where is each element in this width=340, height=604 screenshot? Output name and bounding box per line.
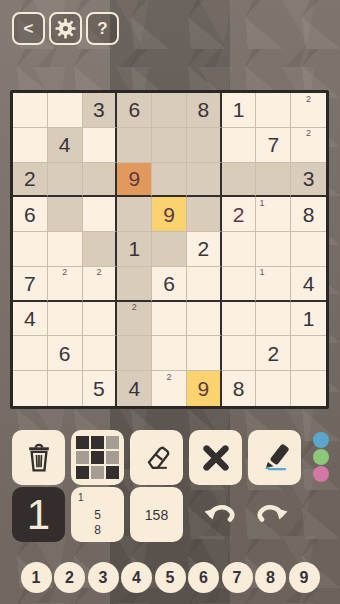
back-button[interactable]: < [12,12,45,45]
cell-digit: 2 [24,168,36,189]
cell-r2c1[interactable] [13,128,48,163]
cell-r2c3[interactable] [83,128,118,163]
cell-r4c7[interactable]: 2 [222,197,257,232]
pattern-square-dark [76,436,89,449]
cell-r6c5[interactable]: 6 [152,267,187,302]
clear-x-icon [201,443,231,473]
cell-r4c1[interactable]: 6 [13,197,48,232]
cell-r6c9[interactable]: 4 [291,267,326,302]
pattern-square-dark [76,466,89,479]
cell-r5c1[interactable] [13,232,48,267]
cell-r7c8[interactable] [256,302,291,337]
cell-r1c6[interactable]: 8 [187,93,222,128]
eraser-button[interactable] [130,430,183,485]
pencil-marks: 2 [117,302,151,336]
cell-r2c2[interactable]: 4 [48,128,83,163]
cell-digit: 2 [197,238,209,259]
pattern-square-gray [106,451,119,464]
cell-digit: 4 [303,273,315,294]
cell-r1c8[interactable] [256,93,291,128]
pattern-square-dark [91,451,104,464]
cell-r5c4[interactable]: 1 [117,232,152,267]
cell-r2c6[interactable] [187,128,222,163]
cell-r6c8[interactable]: 1 [256,267,291,302]
cell-r1c1[interactable] [13,93,48,128]
cell-r9c6[interactable]: 9 [187,371,222,406]
cell-r2c8[interactable]: 7 [256,128,291,163]
cell-digit: 9 [163,204,175,225]
cell-r9c8[interactable] [256,371,291,406]
cell-r4c5[interactable]: 9 [152,197,187,232]
pencil-marks: 2 [83,267,116,300]
cell-r9c2[interactable] [48,371,83,406]
digit-button-3[interactable]: 3 [88,562,119,593]
pattern-square-dark [106,466,119,479]
cell-r4c9[interactable]: 8 [291,197,326,232]
cell-r1c7[interactable]: 1 [222,93,257,128]
cell-r2c5[interactable] [152,128,187,163]
cell-r6c2[interactable]: 2 [48,267,83,302]
color-pattern-icon [76,436,119,479]
pencil-marks: 2 [291,93,326,127]
pencil-mark-digit: 2 [129,302,140,313]
color-dot-blue[interactable] [313,432,329,448]
sudoku-app-screen: < ? [0,0,340,604]
help-icon: ? [97,19,107,39]
cell-r2c7[interactable] [222,128,257,163]
cell-digit: 3 [93,99,105,120]
digit-button-5[interactable]: 5 [155,562,186,593]
cell-digit: 7 [267,134,279,155]
cell-r5c7[interactable] [222,232,257,267]
redo-icon [251,498,291,530]
cell-r3c8[interactable] [256,163,291,198]
clear-cell-button[interactable] [189,430,242,485]
cell-digit: 7 [24,273,36,294]
cell-r5c6[interactable]: 2 [187,232,222,267]
cell-r5c2[interactable] [48,232,83,267]
pattern-square-dark [91,436,104,449]
pattern-square-gray [91,466,104,479]
digit-button-1[interactable]: 1 [21,562,52,593]
cell-r3c1[interactable]: 2 [13,163,48,198]
cell-r7c7[interactable] [222,302,257,337]
pattern-square-gray [76,451,89,464]
cell-r3c3[interactable] [83,163,118,198]
cell-r5c8[interactable] [256,232,291,267]
cell-r5c3[interactable] [83,232,118,267]
cell-r8c3[interactable] [83,336,118,371]
cell-r4c3[interactable] [83,197,118,232]
digit-button-4[interactable]: 4 [121,562,152,593]
cell-digit: 8 [233,378,245,399]
digit-button-2[interactable]: 2 [54,562,85,593]
pencil-mark-digit: 2 [163,371,174,383]
cell-r7c1[interactable]: 4 [13,302,48,337]
pencil-marks: 2 [48,267,82,300]
pencil-marks: 2 [152,371,186,406]
eraser-icon [141,442,173,474]
cell-digit: 9 [197,378,209,399]
cell-r3c6[interactable] [187,163,222,198]
cell-r8c6[interactable] [187,336,222,371]
cell-r1c5[interactable] [152,93,187,128]
cell-r8c9[interactable] [291,336,326,371]
corner-mark-5: 5 [94,508,101,522]
corner-marks-mode-button[interactable]: 1 5 8 [71,487,124,542]
cell-r4c8[interactable]: 1 [256,197,291,232]
cell-r1c3[interactable]: 3 [83,93,118,128]
cell-digit: 6 [59,343,71,364]
cell-r6c6[interactable] [187,267,222,302]
settings-button[interactable] [49,12,82,45]
cell-r9c1[interactable] [13,371,48,406]
cell-r8c2[interactable]: 6 [48,336,83,371]
big-number-mode-button[interactable]: 1 [12,487,65,542]
digit-button-8[interactable]: 8 [255,562,286,593]
cell-r9c4[interactable]: 4 [117,371,152,406]
cell-digit: 4 [128,378,140,399]
cell-r1c9[interactable]: 2 [291,93,326,128]
cell-r5c5[interactable] [152,232,187,267]
digit-button-7[interactable]: 7 [222,562,253,593]
cell-r3c2[interactable] [48,163,83,198]
pencil-marks: 1 [256,267,290,300]
redo-button[interactable] [251,498,291,530]
cell-r1c2[interactable] [48,93,83,128]
cell-digit: 4 [59,134,71,155]
pattern-square-gray [106,436,119,449]
delete-button[interactable] [12,430,65,485]
cell-r4c4[interactable] [117,197,152,232]
pencil-mark-digit: 2 [303,128,315,139]
pencil-mark-digit: 1 [256,197,267,208]
cell-digit: 4 [24,308,36,329]
cell-r3c5[interactable] [152,163,187,198]
cell-digit: 1 [128,238,140,259]
cell-r1c4[interactable]: 6 [117,93,152,128]
center-marks-mode-button[interactable]: 158 [130,487,183,542]
cell-r9c3[interactable]: 5 [83,371,118,406]
pen-icon [259,442,291,474]
big-number-label: 1 [27,491,50,539]
trash-icon [24,442,54,474]
pencil-mark-digit: 2 [93,267,104,278]
cell-r9c5[interactable]: 2 [152,371,187,406]
cell-r4c6[interactable] [187,197,222,232]
cell-digit: 8 [197,99,209,120]
sudoku-board: 3681247229369218127226144216254298 [10,90,329,409]
cell-r7c9[interactable]: 1 [291,302,326,337]
cell-r7c6[interactable] [187,302,222,337]
cell-r8c7[interactable] [222,336,257,371]
back-icon: < [24,19,34,39]
cell-r9c9[interactable] [291,371,326,406]
cell-digit: 6 [163,273,175,294]
pencil-marks: 1 [256,197,290,231]
cell-r7c2[interactable] [48,302,83,337]
cell-digit: 8 [303,204,315,225]
cell-digit: 1 [233,99,245,120]
cell-r3c4[interactable]: 9 [117,163,152,198]
cell-r6c7[interactable] [222,267,257,302]
undo-icon [201,498,241,530]
color-dot-pink[interactable] [313,466,329,482]
cell-r7c4[interactable]: 2 [117,302,152,337]
cell-r3c7[interactable] [222,163,257,198]
cell-digit: 2 [267,343,279,364]
cell-r4c2[interactable] [48,197,83,232]
cell-r6c4[interactable] [117,267,152,302]
cell-r6c1[interactable]: 7 [13,267,48,302]
cell-r7c5[interactable] [152,302,187,337]
cell-r5c9[interactable] [291,232,326,267]
cell-r2c4[interactable] [117,128,152,163]
pen-mode-button[interactable] [248,430,301,485]
cell-r8c8[interactable]: 2 [256,336,291,371]
digit-button-6[interactable]: 6 [188,562,219,593]
cell-digit: 9 [128,168,140,189]
help-button[interactable]: ? [86,12,119,45]
center-marks-label: 158 [145,507,168,523]
cell-r8c1[interactable] [13,336,48,371]
pencil-mark-digit: 1 [256,267,267,278]
cell-r9c7[interactable]: 8 [222,371,257,406]
cell-r3c9[interactable]: 3 [291,163,326,198]
cell-digit: 1 [303,308,315,329]
color-dot-green[interactable] [313,449,329,465]
pencil-mark-digit: 2 [59,267,70,278]
cell-r7c3[interactable] [83,302,118,337]
corner-mark-8: 8 [94,523,101,537]
number-pad: 123456789 [0,562,340,593]
cell-digit: 5 [93,378,105,399]
cell-digit: 6 [128,99,140,120]
corner-mark-1: 1 [78,492,84,503]
cell-r8c4[interactable] [117,336,152,371]
cell-r8c5[interactable] [152,336,187,371]
cell-r6c3[interactable]: 2 [83,267,118,302]
pencil-mark-digit: 2 [303,93,315,104]
cell-digit: 3 [303,168,315,189]
cell-r2c9[interactable]: 2 [291,128,326,163]
cell-digit: 6 [24,204,36,225]
undo-button[interactable] [201,498,241,530]
pencil-marks: 2 [291,128,326,162]
digit-button-9[interactable]: 9 [289,562,320,593]
cell-digit: 2 [233,204,245,225]
gear-icon [55,18,76,39]
color-mode-button[interactable] [71,430,124,485]
